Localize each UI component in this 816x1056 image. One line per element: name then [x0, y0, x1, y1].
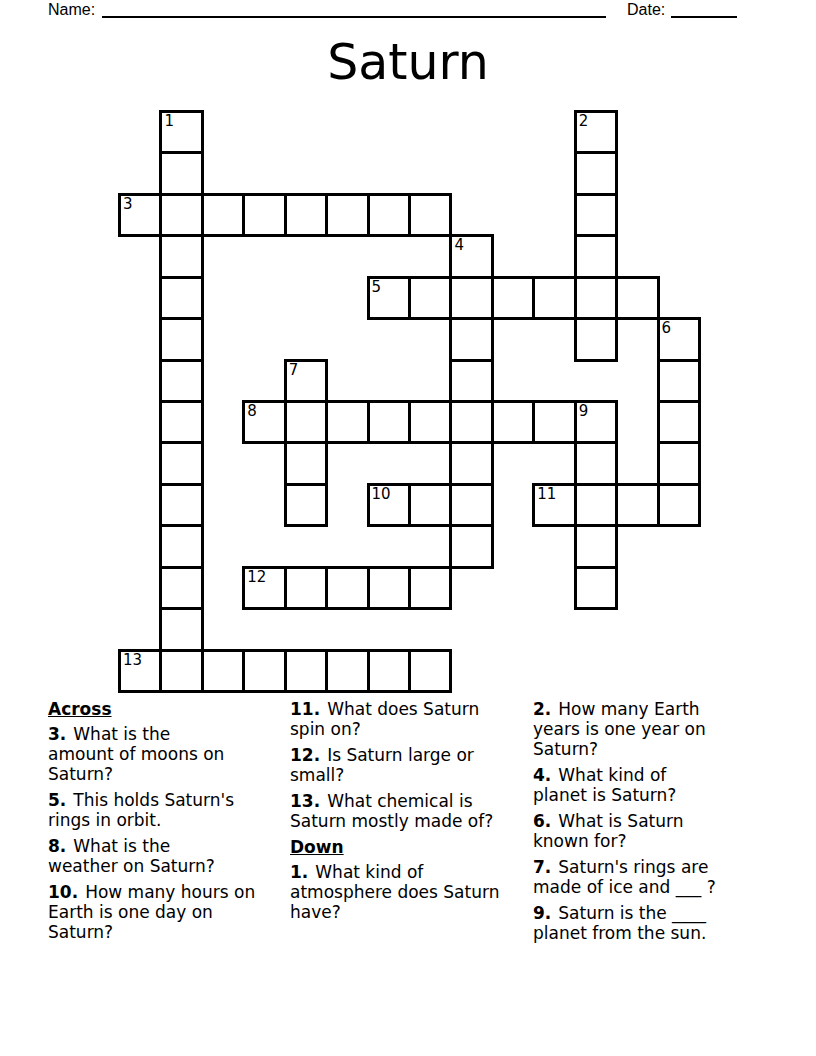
- cell-r9c4[interactable]: [284, 483, 328, 527]
- clue-number-12: 12: [247, 569, 266, 585]
- cell-r13c7[interactable]: [408, 649, 452, 693]
- name-blank-line: [102, 16, 606, 18]
- clue-number-10: 10: [372, 486, 391, 502]
- cell-r9c12[interactable]: [615, 483, 659, 527]
- clue-across-12: 12.Is Saturn large or small?: [290, 745, 530, 785]
- cell-r10c8[interactable]: [449, 524, 493, 568]
- cell-r8c1[interactable]: [159, 441, 203, 485]
- cell-r3c11[interactable]: [574, 234, 618, 278]
- clue-number-4: 4: [454, 237, 464, 253]
- clue-number-11: 11: [537, 486, 556, 502]
- puzzle-title: Saturn: [0, 37, 816, 89]
- cell-r11c6[interactable]: [367, 566, 411, 610]
- down-clues-group-1: 1.What kind of atmosphere does Saturn ha…: [290, 862, 530, 922]
- cell-r7c5[interactable]: [325, 400, 369, 444]
- clue-down-2: 2.How many Earth years is one year on Sa…: [533, 699, 773, 759]
- clue-number-1: 1: [164, 113, 174, 129]
- cell-r2c7[interactable]: [408, 193, 452, 237]
- clue-text: What is the amount of moons on Saturn?: [48, 724, 224, 784]
- clue-number-label: 6.: [533, 811, 551, 831]
- across-clues-group-2: 11.What does Saturn spin on?12.Is Saturn…: [290, 699, 530, 831]
- cell-r4c10[interactable]: [532, 276, 576, 320]
- cell-r9c10[interactable]: 11: [532, 483, 576, 527]
- clue-number-label: 2.: [533, 699, 551, 719]
- cell-r4c9[interactable]: [491, 276, 535, 320]
- clue-down-4: 4.What kind of planet is Saturn?: [533, 765, 773, 805]
- cell-r4c12[interactable]: [615, 276, 659, 320]
- cell-r9c8[interactable]: [449, 483, 493, 527]
- clue-text: Saturn is the ____ planet from the sun.: [533, 903, 706, 943]
- clue-number-label: 8.: [48, 836, 66, 856]
- cell-r8c13[interactable]: [657, 441, 701, 485]
- clue-text: How many hours on Earth is one day on Sa…: [48, 882, 255, 942]
- cell-r7c7[interactable]: [408, 400, 452, 444]
- cell-r5c1[interactable]: [159, 317, 203, 361]
- clue-text: What is the weather on Saturn?: [48, 836, 215, 876]
- cell-r4c1[interactable]: [159, 276, 203, 320]
- clue-number-label: 12.: [290, 745, 320, 765]
- cell-r2c1[interactable]: [159, 193, 203, 237]
- clue-number-label: 11.: [290, 699, 320, 719]
- clue-down-6: 6.What is Saturn known for?: [533, 811, 773, 851]
- cell-r2c6[interactable]: [367, 193, 411, 237]
- cell-r13c0[interactable]: 13: [118, 649, 162, 693]
- cell-r2c11[interactable]: [574, 193, 618, 237]
- name-label: Name:: [48, 1, 95, 19]
- cell-r9c11[interactable]: [574, 483, 618, 527]
- cell-r9c7[interactable]: [408, 483, 452, 527]
- cell-r11c11[interactable]: [574, 566, 618, 610]
- clue-text: Saturn's rings are made of ice and ___ ?: [533, 857, 716, 897]
- clue-down-1: 1.What kind of atmosphere does Saturn ha…: [290, 862, 530, 922]
- cell-r6c13[interactable]: [657, 359, 701, 403]
- cell-r9c6[interactable]: 10: [367, 483, 411, 527]
- cell-r13c5[interactable]: [325, 649, 369, 693]
- cell-r6c8[interactable]: [449, 359, 493, 403]
- cell-r2c0[interactable]: 3: [118, 193, 162, 237]
- cell-r7c1[interactable]: [159, 400, 203, 444]
- cell-r1c1[interactable]: [159, 151, 203, 195]
- down-clues-group-2: 2.How many Earth years is one year on Sa…: [533, 699, 773, 943]
- clue-column-3: 2.How many Earth years is one year on Sa…: [533, 699, 773, 949]
- clue-number-label: 4.: [533, 765, 551, 785]
- clue-number-2: 2: [579, 113, 589, 129]
- clue-number-3: 3: [123, 196, 133, 212]
- clue-number-13: 13: [123, 652, 142, 668]
- across-header: Across: [48, 699, 288, 719]
- clue-down-7: 7.Saturn's rings are made of ice and ___…: [533, 857, 773, 897]
- cell-r9c1[interactable]: [159, 483, 203, 527]
- cell-r1c11[interactable]: [574, 151, 618, 195]
- cell-r8c11[interactable]: [574, 441, 618, 485]
- cell-r2c4[interactable]: [284, 193, 328, 237]
- clue-number-label: 10.: [48, 882, 78, 902]
- clue-number-label: 13.: [290, 791, 320, 811]
- cell-r7c8[interactable]: [449, 400, 493, 444]
- clue-across-5: 5.This holds Saturn's rings in orbit.: [48, 790, 288, 830]
- cell-r13c3[interactable]: [242, 649, 286, 693]
- cell-r11c4[interactable]: [284, 566, 328, 610]
- cell-r6c1[interactable]: [159, 359, 203, 403]
- cell-r13c2[interactable]: [201, 649, 245, 693]
- cell-r8c8[interactable]: [449, 441, 493, 485]
- cell-r5c11[interactable]: [574, 317, 618, 361]
- clue-text: What kind of atmosphere does Saturn have…: [290, 862, 499, 922]
- cell-r4c8[interactable]: [449, 276, 493, 320]
- cell-r2c2[interactable]: [201, 193, 245, 237]
- cell-r13c1[interactable]: [159, 649, 203, 693]
- clue-text: What chemical is Saturn mostly made of?: [290, 791, 493, 831]
- cell-r11c7[interactable]: [408, 566, 452, 610]
- cell-r7c13[interactable]: [657, 400, 701, 444]
- cell-r6c4[interactable]: 7: [284, 359, 328, 403]
- cell-r8c4[interactable]: [284, 441, 328, 485]
- cell-r4c11[interactable]: [574, 276, 618, 320]
- clue-text: This holds Saturn's rings in orbit.: [48, 790, 234, 830]
- cell-r13c4[interactable]: [284, 649, 328, 693]
- cell-r2c5[interactable]: [325, 193, 369, 237]
- clue-number-label: 1.: [290, 862, 308, 882]
- clue-number-label: 7.: [533, 857, 551, 877]
- clue-down-9: 9.Saturn is the ____ planet from the sun…: [533, 903, 773, 943]
- cell-r7c9[interactable]: [491, 400, 535, 444]
- clue-number-label: 5.: [48, 790, 66, 810]
- cell-r11c3[interactable]: 12: [242, 566, 286, 610]
- clue-across-3: 3.What is the amount of moons on Saturn?: [48, 724, 288, 784]
- cell-r13c6[interactable]: [367, 649, 411, 693]
- clue-column-1: Across 3.What is the amount of moons on …: [48, 699, 288, 948]
- clue-across-13: 13.What chemical is Saturn mostly made o…: [290, 791, 530, 831]
- cell-r7c4[interactable]: [284, 400, 328, 444]
- clue-number-5: 5: [372, 279, 382, 295]
- cell-r9c13[interactable]: [657, 483, 701, 527]
- cell-r3c8[interactable]: 4: [449, 234, 493, 278]
- clue-across-8: 8.What is the weather on Saturn?: [48, 836, 288, 876]
- clue-number-9: 9: [579, 403, 589, 419]
- clue-number-6: 6: [662, 320, 672, 336]
- date-label: Date:: [627, 1, 665, 19]
- worksheet: { "game": "crossword", "title": "Saturn"…: [0, 0, 816, 1056]
- cell-r7c10[interactable]: [532, 400, 576, 444]
- cell-r11c1[interactable]: [159, 566, 203, 610]
- cell-r7c3[interactable]: 8: [242, 400, 286, 444]
- crossword-grid: 12345678910111213: [118, 110, 702, 694]
- clue-text: What kind of planet is Saturn?: [533, 765, 676, 805]
- cell-r10c1[interactable]: [159, 524, 203, 568]
- clue-across-10: 10.How many hours on Earth is one day on…: [48, 882, 288, 942]
- clue-number-label: 3.: [48, 724, 66, 744]
- cell-r5c13[interactable]: 6: [657, 317, 701, 361]
- clue-column-2: 11.What does Saturn spin on?12.Is Saturn…: [290, 699, 530, 928]
- cell-r4c7[interactable]: [408, 276, 452, 320]
- cell-r7c6[interactable]: [367, 400, 411, 444]
- clue-number-8: 8: [247, 403, 257, 419]
- cell-r10c11[interactable]: [574, 524, 618, 568]
- down-header: Down: [290, 837, 530, 857]
- cell-r12c1[interactable]: [159, 607, 203, 651]
- cell-r0c11[interactable]: 2: [574, 110, 618, 154]
- cell-r2c3[interactable]: [242, 193, 286, 237]
- clue-across-11: 11.What does Saturn spin on?: [290, 699, 530, 739]
- cell-r11c5[interactable]: [325, 566, 369, 610]
- cell-r4c6[interactable]: 5: [367, 276, 411, 320]
- across-clues-group-1: 3.What is the amount of moons on Saturn?…: [48, 724, 288, 942]
- clue-number-label: 9.: [533, 903, 551, 923]
- cell-r0c1[interactable]: 1: [159, 110, 203, 154]
- cell-r3c1[interactable]: [159, 234, 203, 278]
- clue-text: What is Saturn known for?: [533, 811, 683, 851]
- date-blank-line: [671, 16, 737, 18]
- cell-r5c8[interactable]: [449, 317, 493, 361]
- clue-number-7: 7: [289, 362, 299, 378]
- clue-text: How many Earth years is one year on Satu…: [533, 699, 706, 759]
- cell-r7c11[interactable]: 9: [574, 400, 618, 444]
